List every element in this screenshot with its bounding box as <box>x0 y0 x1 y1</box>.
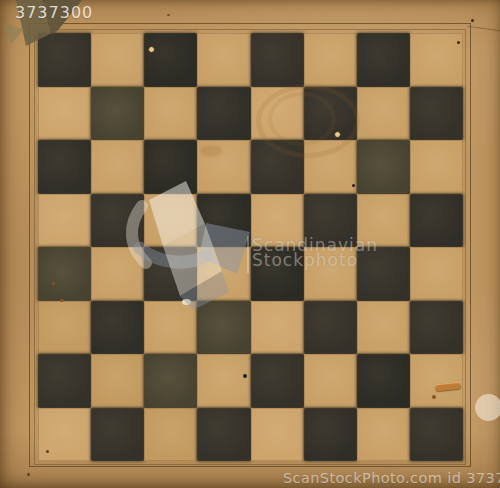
board-square-light <box>38 87 91 141</box>
aged-checkerboard-photo: 3737300 Scandinavian Stockphoto ScanStoc… <box>0 0 500 488</box>
board-square-light <box>410 33 463 87</box>
speck <box>352 184 355 187</box>
pin-hole-glint <box>334 131 341 138</box>
board-square-light <box>91 354 144 408</box>
speck <box>457 41 460 44</box>
cup-ring-stain-inner <box>268 92 336 146</box>
board-square-dark <box>304 301 357 355</box>
board-square-light <box>410 140 463 194</box>
board-square-dark <box>410 194 463 248</box>
board-square-dark <box>357 33 410 87</box>
board-square-dark <box>357 354 410 408</box>
speck <box>27 473 30 476</box>
speck <box>167 14 170 16</box>
board-square-dark <box>197 408 250 462</box>
board-square-dark <box>410 301 463 355</box>
board-square-dark <box>91 87 144 141</box>
watermark-credit-text: ScanStockPhoto.com id 3737300 <box>283 470 500 486</box>
speck <box>60 299 64 302</box>
board-square-light <box>304 354 357 408</box>
board-square-dark <box>197 87 250 141</box>
speck <box>471 19 474 22</box>
watermark-id-text: 3737300 <box>15 3 93 22</box>
board-square-light <box>144 87 197 141</box>
board-square-dark <box>144 33 197 87</box>
board-square-light <box>357 408 410 462</box>
board-square-dark <box>38 354 91 408</box>
board-square-dark <box>144 354 197 408</box>
watermark-divider <box>247 236 249 273</box>
board-square-light <box>410 354 463 408</box>
board-square-dark <box>410 408 463 462</box>
board-square-light <box>410 247 463 301</box>
board-square-light <box>357 301 410 355</box>
board-square-light <box>197 33 250 87</box>
board-square-light <box>357 87 410 141</box>
board-square-dark <box>357 140 410 194</box>
board-square-dark <box>38 247 91 301</box>
board-square-dark <box>38 140 91 194</box>
speck <box>432 395 436 399</box>
board-square-light <box>38 408 91 462</box>
white-blob-mark <box>475 394 500 421</box>
board-square-light <box>304 33 357 87</box>
board-square-light <box>251 408 304 462</box>
speck <box>243 374 247 378</box>
watermark-logo <box>118 168 268 318</box>
paper-crease <box>467 26 500 32</box>
watermark-brand-text: Scandinavian Stockphoto <box>252 238 378 267</box>
board-square-light <box>197 354 250 408</box>
board-square-dark <box>91 408 144 462</box>
board-square-dark <box>410 87 463 141</box>
speck <box>52 282 55 285</box>
board-square-dark <box>304 408 357 462</box>
board-square-light <box>38 301 91 355</box>
board-square-dark <box>251 33 304 87</box>
speck <box>46 450 49 453</box>
board-square-light <box>144 408 197 462</box>
stain-smudge <box>200 145 222 157</box>
board-square-light <box>38 194 91 248</box>
board-square-dark <box>251 354 304 408</box>
pin-hole-glint <box>148 46 155 53</box>
